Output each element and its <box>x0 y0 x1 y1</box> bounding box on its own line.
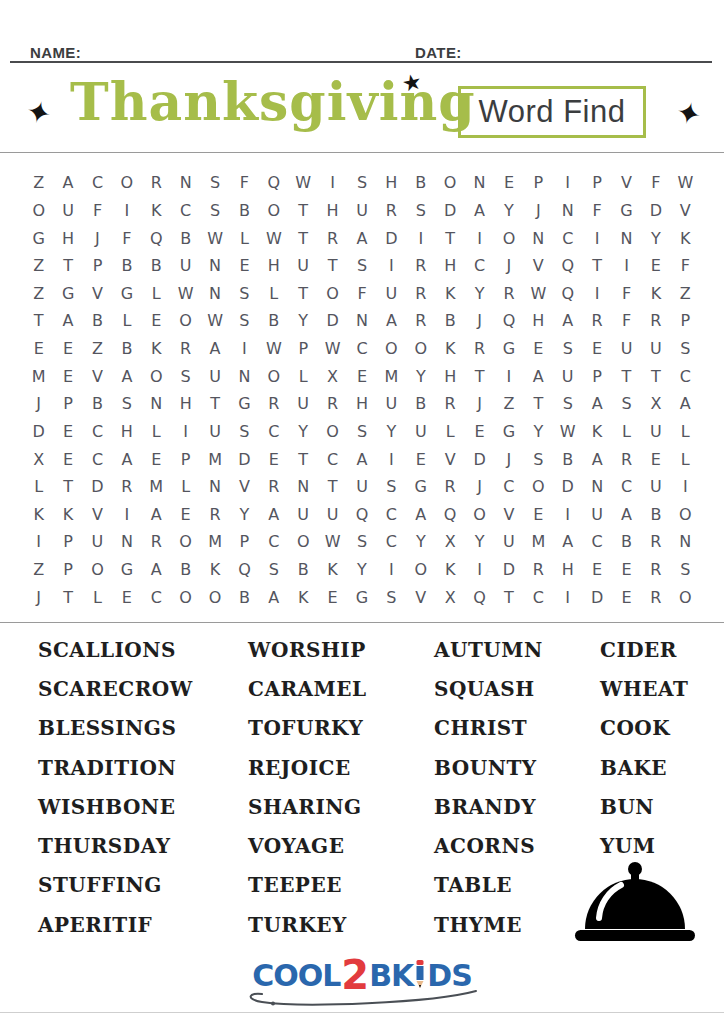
grid-cell[interactable]: B <box>230 197 259 225</box>
grid-cell[interactable]: I <box>230 335 259 363</box>
grid-cell[interactable]: W <box>318 335 347 363</box>
grid-cell[interactable]: M <box>377 362 406 390</box>
grid-cell[interactable]: T <box>318 252 347 280</box>
grid-cell[interactable]: A <box>142 501 171 529</box>
grid-cell[interactable]: E <box>641 445 670 473</box>
grid-cell[interactable]: F <box>112 224 141 252</box>
grid-cell[interactable]: O <box>671 583 700 611</box>
grid-cell[interactable]: O <box>171 583 200 611</box>
grid-cell[interactable]: F <box>612 307 641 335</box>
grid-cell[interactable]: Y <box>406 362 435 390</box>
grid-cell[interactable]: E <box>53 335 82 363</box>
grid-cell[interactable]: U <box>347 197 376 225</box>
grid-cell[interactable]: A <box>112 445 141 473</box>
grid-cell[interactable]: E <box>524 501 553 529</box>
grid-cell[interactable]: U <box>289 501 318 529</box>
grid-cell[interactable]: I <box>112 501 141 529</box>
grid-cell[interactable]: E <box>465 418 494 446</box>
grid-cell[interactable]: Q <box>465 583 494 611</box>
grid-cell[interactable]: L <box>435 418 464 446</box>
grid-cell[interactable]: W <box>259 224 288 252</box>
grid-cell[interactable]: L <box>671 445 700 473</box>
grid-cell[interactable]: O <box>289 528 318 556</box>
grid-cell[interactable]: H <box>524 307 553 335</box>
grid-cell[interactable]: P <box>671 307 700 335</box>
grid-cell[interactable]: A <box>259 501 288 529</box>
grid-cell[interactable]: S <box>230 307 259 335</box>
grid-cell[interactable]: T <box>494 583 523 611</box>
grid-cell[interactable]: L <box>24 473 53 501</box>
grid-cell[interactable]: W <box>289 169 318 197</box>
grid-cell[interactable]: V <box>83 280 112 308</box>
grid-cell[interactable]: D <box>641 197 670 225</box>
grid-cell[interactable]: O <box>406 335 435 363</box>
grid-cell[interactable]: O <box>171 528 200 556</box>
grid-cell[interactable]: H <box>347 390 376 418</box>
grid-cell[interactable]: C <box>671 362 700 390</box>
grid-cell[interactable]: A <box>465 197 494 225</box>
grid-cell[interactable]: Y <box>230 501 259 529</box>
grid-cell[interactable]: R <box>377 197 406 225</box>
grid-cell[interactable]: T <box>53 252 82 280</box>
grid-cell[interactable]: T <box>435 224 464 252</box>
grid-cell[interactable]: N <box>582 473 611 501</box>
grid-cell[interactable]: G <box>24 224 53 252</box>
grid-cell[interactable]: E <box>53 445 82 473</box>
grid-cell[interactable]: F <box>612 280 641 308</box>
grid-cell[interactable]: M <box>24 362 53 390</box>
grid-cell[interactable]: G <box>347 583 376 611</box>
grid-cell[interactable]: S <box>671 335 700 363</box>
grid-cell[interactable]: B <box>553 445 582 473</box>
grid-cell[interactable]: K <box>318 556 347 584</box>
grid-cell[interactable]: E <box>612 583 641 611</box>
grid-cell[interactable]: D <box>553 473 582 501</box>
grid-cell[interactable]: E <box>318 583 347 611</box>
grid-cell[interactable]: B <box>406 390 435 418</box>
grid-cell[interactable]: B <box>142 252 171 280</box>
grid-cell[interactable]: N <box>289 473 318 501</box>
grid-cell[interactable]: L <box>112 307 141 335</box>
grid-cell[interactable]: T <box>582 252 611 280</box>
grid-cell[interactable]: D <box>465 445 494 473</box>
grid-cell[interactable]: L <box>259 280 288 308</box>
grid-cell[interactable]: G <box>53 280 82 308</box>
grid-cell[interactable]: N <box>200 252 229 280</box>
grid-cell[interactable]: E <box>494 169 523 197</box>
grid-cell[interactable]: S <box>347 528 376 556</box>
grid-cell[interactable]: C <box>259 528 288 556</box>
grid-cell[interactable]: O <box>24 197 53 225</box>
grid-cell[interactable]: D <box>318 307 347 335</box>
grid-cell[interactable]: B <box>435 307 464 335</box>
grid-cell[interactable]: K <box>24 501 53 529</box>
grid-cell[interactable]: O <box>465 501 494 529</box>
grid-cell[interactable]: H <box>435 252 464 280</box>
grid-cell[interactable]: O <box>200 583 229 611</box>
grid-cell[interactable]: R <box>259 390 288 418</box>
grid-cell[interactable]: K <box>53 501 82 529</box>
grid-cell[interactable]: A <box>53 169 82 197</box>
grid-cell[interactable]: N <box>553 197 582 225</box>
grid-cell[interactable]: T <box>524 390 553 418</box>
grid-cell[interactable]: I <box>582 224 611 252</box>
grid-cell[interactable]: I <box>582 280 611 308</box>
grid-cell[interactable]: P <box>53 390 82 418</box>
grid-cell[interactable]: C <box>171 197 200 225</box>
grid-cell[interactable]: P <box>83 252 112 280</box>
grid-cell[interactable]: N <box>612 224 641 252</box>
grid-cell[interactable]: W <box>200 224 229 252</box>
grid-cell[interactable]: C <box>259 418 288 446</box>
grid-cell[interactable]: A <box>612 501 641 529</box>
grid-cell[interactable]: P <box>171 445 200 473</box>
grid-cell[interactable]: U <box>612 335 641 363</box>
grid-cell[interactable]: S <box>347 252 376 280</box>
grid-cell[interactable]: H <box>377 169 406 197</box>
grid-cell[interactable]: K <box>200 556 229 584</box>
grid-cell[interactable]: E <box>612 556 641 584</box>
grid-cell[interactable]: U <box>200 418 229 446</box>
grid-cell[interactable]: S <box>200 169 229 197</box>
grid-cell[interactable]: E <box>230 252 259 280</box>
grid-cell[interactable]: S <box>200 197 229 225</box>
grid-cell[interactable]: N <box>347 307 376 335</box>
grid-cell[interactable]: F <box>641 169 670 197</box>
grid-cell[interactable]: P <box>289 335 318 363</box>
grid-cell[interactable]: J <box>465 307 494 335</box>
grid-cell[interactable]: Y <box>289 307 318 335</box>
grid-cell[interactable]: R <box>112 473 141 501</box>
grid-cell[interactable]: J <box>494 445 523 473</box>
grid-cell[interactable]: E <box>259 445 288 473</box>
grid-cell[interactable]: V <box>230 473 259 501</box>
grid-cell[interactable]: R <box>406 252 435 280</box>
grid-cell[interactable]: F <box>230 169 259 197</box>
grid-cell[interactable]: B <box>259 307 288 335</box>
grid-cell[interactable]: M <box>524 528 553 556</box>
grid-cell[interactable]: V <box>524 252 553 280</box>
grid-cell[interactable]: I <box>171 418 200 446</box>
grid-cell[interactable]: Y <box>465 528 494 556</box>
grid-cell[interactable]: J <box>83 224 112 252</box>
grid-cell[interactable]: C <box>465 252 494 280</box>
grid-cell[interactable]: I <box>494 362 523 390</box>
grid-cell[interactable]: R <box>494 280 523 308</box>
grid-cell[interactable]: R <box>318 224 347 252</box>
grid-cell[interactable]: V <box>435 445 464 473</box>
grid-cell[interactable]: L <box>230 224 259 252</box>
grid-cell[interactable]: B <box>612 528 641 556</box>
grid-cell[interactable]: Z <box>24 280 53 308</box>
grid-cell[interactable]: G <box>112 556 141 584</box>
grid-cell[interactable]: T <box>289 197 318 225</box>
grid-cell[interactable]: C <box>553 224 582 252</box>
grid-cell[interactable]: O <box>318 418 347 446</box>
grid-cell[interactable]: H <box>112 418 141 446</box>
grid-cell[interactable]: V <box>671 197 700 225</box>
grid-cell[interactable]: Z <box>24 252 53 280</box>
grid-cell[interactable]: E <box>142 307 171 335</box>
grid-cell[interactable]: C <box>494 473 523 501</box>
grid-cell[interactable]: U <box>53 197 82 225</box>
grid-cell[interactable]: N <box>200 473 229 501</box>
grid-cell[interactable]: N <box>230 362 259 390</box>
grid-cell[interactable]: N <box>465 169 494 197</box>
grid-cell[interactable]: B <box>641 501 670 529</box>
grid-cell[interactable]: V <box>83 501 112 529</box>
grid-cell[interactable]: C <box>582 528 611 556</box>
grid-cell[interactable]: C <box>83 445 112 473</box>
grid-cell[interactable]: I <box>465 224 494 252</box>
grid-cell[interactable]: W <box>553 418 582 446</box>
grid-cell[interactable]: B <box>83 390 112 418</box>
grid-cell[interactable]: M <box>200 528 229 556</box>
grid-cell[interactable]: U <box>171 252 200 280</box>
grid-cell[interactable]: S <box>406 197 435 225</box>
grid-cell[interactable]: Y <box>465 280 494 308</box>
grid-cell[interactable]: N <box>112 528 141 556</box>
grid-cell[interactable]: E <box>406 445 435 473</box>
grid-cell[interactable]: X <box>435 528 464 556</box>
grid-cell[interactable]: T <box>53 473 82 501</box>
grid-cell[interactable]: I <box>553 501 582 529</box>
grid-cell[interactable]: C <box>83 169 112 197</box>
grid-cell[interactable]: Z <box>24 169 53 197</box>
grid-cell[interactable]: O <box>83 556 112 584</box>
grid-cell[interactable]: S <box>347 169 376 197</box>
grid-cell[interactable]: A <box>553 528 582 556</box>
grid-cell[interactable]: O <box>524 473 553 501</box>
grid-cell[interactable]: Q <box>494 307 523 335</box>
grid-cell[interactable]: W <box>200 307 229 335</box>
grid-cell[interactable]: O <box>671 501 700 529</box>
grid-cell[interactable]: N <box>142 390 171 418</box>
grid-cell[interactable]: D <box>494 556 523 584</box>
grid-cell[interactable]: U <box>641 335 670 363</box>
grid-cell[interactable]: G <box>406 473 435 501</box>
grid-cell[interactable]: G <box>494 335 523 363</box>
grid-cell[interactable]: R <box>200 501 229 529</box>
grid-cell[interactable]: T <box>200 390 229 418</box>
grid-cell[interactable]: W <box>318 528 347 556</box>
grid-cell[interactable]: O <box>259 197 288 225</box>
grid-cell[interactable]: A <box>553 307 582 335</box>
grid-cell[interactable]: F <box>347 280 376 308</box>
grid-cell[interactable]: I <box>553 583 582 611</box>
grid-cell[interactable]: D <box>83 473 112 501</box>
grid-cell[interactable]: S <box>671 556 700 584</box>
grid-cell[interactable]: U <box>289 390 318 418</box>
grid-cell[interactable]: D <box>24 418 53 446</box>
grid-cell[interactable]: U <box>347 473 376 501</box>
grid-cell[interactable]: B <box>289 556 318 584</box>
grid-cell[interactable]: C <box>612 473 641 501</box>
grid-cell[interactable]: S <box>259 556 288 584</box>
grid-cell[interactable]: E <box>142 445 171 473</box>
grid-cell[interactable]: Y <box>494 197 523 225</box>
grid-cell[interactable]: R <box>142 169 171 197</box>
grid-cell[interactable]: V <box>494 501 523 529</box>
grid-cell[interactable]: R <box>641 583 670 611</box>
grid-cell[interactable]: D <box>230 445 259 473</box>
grid-cell[interactable]: L <box>142 418 171 446</box>
grid-cell[interactable]: J <box>465 390 494 418</box>
grid-cell[interactable]: O <box>171 307 200 335</box>
grid-cell[interactable]: W <box>171 280 200 308</box>
grid-cell[interactable]: Y <box>641 224 670 252</box>
grid-cell[interactable]: M <box>142 473 171 501</box>
grid-cell[interactable]: K <box>289 583 318 611</box>
grid-cell[interactable]: Y <box>406 528 435 556</box>
grid-cell[interactable]: D <box>582 583 611 611</box>
grid-cell[interactable]: U <box>200 362 229 390</box>
grid-cell[interactable]: S <box>553 390 582 418</box>
grid-cell[interactable]: M <box>200 445 229 473</box>
grid-cell[interactable]: O <box>377 335 406 363</box>
grid-cell[interactable]: H <box>435 362 464 390</box>
name-date-fill-line[interactable] <box>10 61 712 63</box>
grid-cell[interactable]: W <box>524 280 553 308</box>
grid-cell[interactable]: P <box>53 556 82 584</box>
grid-cell[interactable]: V <box>406 583 435 611</box>
grid-cell[interactable]: E <box>582 556 611 584</box>
grid-cell[interactable]: I <box>24 528 53 556</box>
grid-cell[interactable]: R <box>406 280 435 308</box>
grid-cell[interactable]: L <box>671 418 700 446</box>
grid-cell[interactable]: U <box>406 418 435 446</box>
grid-cell[interactable]: W <box>671 169 700 197</box>
grid-cell[interactable]: I <box>671 473 700 501</box>
grid-cell[interactable]: H <box>318 197 347 225</box>
grid-cell[interactable]: R <box>171 335 200 363</box>
grid-cell[interactable]: R <box>612 445 641 473</box>
grid-cell[interactable]: U <box>377 390 406 418</box>
grid-cell[interactable]: A <box>582 445 611 473</box>
grid-cell[interactable]: R <box>259 473 288 501</box>
grid-cell[interactable]: Z <box>83 335 112 363</box>
grid-cell[interactable]: S <box>524 445 553 473</box>
grid-cell[interactable]: Y <box>377 418 406 446</box>
grid-cell[interactable]: U <box>377 280 406 308</box>
grid-cell[interactable]: E <box>112 583 141 611</box>
grid-cell[interactable]: C <box>142 583 171 611</box>
grid-cell[interactable]: X <box>641 390 670 418</box>
grid-cell[interactable]: K <box>435 280 464 308</box>
grid-cell[interactable]: P <box>53 528 82 556</box>
grid-cell[interactable]: N <box>200 280 229 308</box>
grid-cell[interactable]: Q <box>553 252 582 280</box>
grid-cell[interactable]: K <box>142 335 171 363</box>
grid-cell[interactable]: A <box>377 307 406 335</box>
grid-cell[interactable]: I <box>553 169 582 197</box>
grid-cell[interactable]: R <box>435 390 464 418</box>
grid-cell[interactable]: N <box>171 169 200 197</box>
grid-cell[interactable]: R <box>641 556 670 584</box>
grid-cell[interactable]: T <box>465 362 494 390</box>
grid-cell[interactable]: A <box>112 362 141 390</box>
grid-cell[interactable]: Y <box>289 418 318 446</box>
grid-cell[interactable]: R <box>465 335 494 363</box>
grid-cell[interactable]: J <box>465 473 494 501</box>
grid-cell[interactable]: S <box>377 473 406 501</box>
grid-cell[interactable]: L <box>142 280 171 308</box>
grid-cell[interactable]: V <box>612 169 641 197</box>
grid-cell[interactable]: K <box>671 224 700 252</box>
grid-cell[interactable]: C <box>318 445 347 473</box>
grid-cell[interactable]: D <box>435 197 464 225</box>
grid-cell[interactable]: T <box>289 224 318 252</box>
grid-cell[interactable]: I <box>465 556 494 584</box>
grid-cell[interactable]: U <box>494 528 523 556</box>
grid-cell[interactable]: F <box>671 252 700 280</box>
grid-cell[interactable]: E <box>53 418 82 446</box>
grid-cell[interactable]: E <box>24 335 53 363</box>
grid-cell[interactable]: T <box>641 362 670 390</box>
grid-cell[interactable]: C <box>377 528 406 556</box>
grid-cell[interactable]: Q <box>259 169 288 197</box>
grid-cell[interactable]: P <box>230 528 259 556</box>
grid-cell[interactable]: A <box>582 390 611 418</box>
grid-cell[interactable]: R <box>641 528 670 556</box>
grid-cell[interactable]: W <box>259 335 288 363</box>
grid-cell[interactable]: N <box>671 528 700 556</box>
grid-cell[interactable]: L <box>171 473 200 501</box>
grid-cell[interactable]: S <box>553 335 582 363</box>
grid-cell[interactable]: R <box>435 473 464 501</box>
grid-cell[interactable]: Y <box>524 418 553 446</box>
grid-cell[interactable]: A <box>347 445 376 473</box>
grid-cell[interactable]: E <box>582 335 611 363</box>
grid-cell[interactable]: I <box>377 556 406 584</box>
grid-cell[interactable]: B <box>230 583 259 611</box>
grid-cell[interactable]: R <box>524 556 553 584</box>
grid-cell[interactable]: O <box>259 362 288 390</box>
grid-cell[interactable]: V <box>83 362 112 390</box>
grid-cell[interactable]: U <box>582 501 611 529</box>
grid-cell[interactable]: C <box>347 335 376 363</box>
grid-cell[interactable]: E <box>171 501 200 529</box>
grid-cell[interactable]: B <box>83 307 112 335</box>
grid-cell[interactable]: R <box>406 307 435 335</box>
grid-cell[interactable]: Q <box>347 501 376 529</box>
grid-cell[interactable]: N <box>524 224 553 252</box>
grid-cell[interactable]: S <box>347 418 376 446</box>
grid-cell[interactable]: F <box>83 197 112 225</box>
grid-cell[interactable]: K <box>435 335 464 363</box>
grid-cell[interactable]: K <box>142 197 171 225</box>
grid-cell[interactable]: J <box>24 583 53 611</box>
grid-cell[interactable]: T <box>612 362 641 390</box>
grid-cell[interactable]: J <box>24 390 53 418</box>
grid-cell[interactable]: P <box>524 169 553 197</box>
grid-cell[interactable]: A <box>524 362 553 390</box>
grid-cell[interactable]: B <box>112 335 141 363</box>
grid-cell[interactable]: B <box>171 556 200 584</box>
grid-cell[interactable]: Z <box>494 390 523 418</box>
grid-cell[interactable]: Z <box>24 556 53 584</box>
grid-cell[interactable]: C <box>377 501 406 529</box>
grid-cell[interactable]: L <box>612 418 641 446</box>
grid-cell[interactable]: H <box>259 252 288 280</box>
grid-cell[interactable]: I <box>112 197 141 225</box>
grid-cell[interactable]: B <box>171 224 200 252</box>
grid-cell[interactable]: O <box>435 169 464 197</box>
grid-cell[interactable]: E <box>641 252 670 280</box>
grid-cell[interactable]: Q <box>230 556 259 584</box>
grid-cell[interactable]: I <box>377 445 406 473</box>
grid-cell[interactable]: U <box>641 473 670 501</box>
